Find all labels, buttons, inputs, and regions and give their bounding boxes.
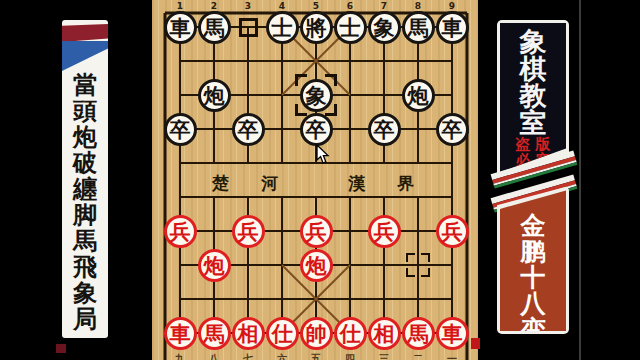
file-label-bottom: 八 — [204, 352, 224, 360]
piece-red-advisor[interactable]: 仕 — [266, 317, 299, 350]
piece-red-soldier[interactable]: 兵 — [368, 215, 401, 248]
banner-char: 室 — [520, 109, 547, 136]
banner-char: 破 — [73, 150, 97, 176]
banner-char: 金 — [521, 213, 546, 239]
series-title: 金鹏十八变 — [500, 189, 566, 343]
channel-title: 象棋教室 — [500, 23, 566, 136]
file-label-top: 1 — [170, 1, 190, 11]
cannon-point-marker — [406, 253, 430, 277]
banner-char: 教 — [520, 82, 547, 109]
banner-char: 局 — [73, 306, 97, 332]
left-title-banner: 當頭炮破纏脚馬飛象局 — [62, 20, 108, 338]
banner-char: 鹏 — [521, 239, 546, 265]
piece-red-horse[interactable]: 馬 — [402, 317, 435, 350]
file-label-bottom: 二 — [408, 352, 428, 360]
mouse-cursor-icon — [316, 144, 330, 164]
series-banner: 金鹏十八变 — [497, 186, 569, 334]
piece-red-soldier[interactable]: 兵 — [232, 215, 265, 248]
video-frame: 當頭炮破纏脚馬飛象局 楚 河 漢 界 123456789 九八七六五四三二一 車… — [0, 0, 640, 360]
file-label-bottom: 三 — [374, 352, 394, 360]
piece-red-elephant[interactable]: 相 — [232, 317, 265, 350]
file-label-bottom: 五 — [306, 352, 326, 360]
file-label-top: 9 — [442, 1, 462, 11]
file-label-bottom: 一 — [442, 352, 462, 360]
river-label-right: 漢 界 — [348, 172, 427, 195]
piracy-warning-row: 盗版 — [516, 136, 551, 152]
piece-red-soldier[interactable]: 兵 — [300, 215, 333, 248]
piece-black-soldier[interactable]: 卒 — [436, 113, 469, 146]
piece-red-soldier[interactable]: 兵 — [436, 215, 469, 248]
banner-char: 炮 — [73, 124, 97, 150]
piece-red-cannon[interactable]: 炮 — [198, 249, 231, 282]
piece-black-cannon[interactable]: 炮 — [402, 79, 435, 112]
bracket-corner — [421, 253, 430, 262]
piece-red-cannon[interactable]: 炮 — [300, 249, 333, 282]
piece-red-soldier[interactable]: 兵 — [164, 215, 197, 248]
banner-char: 十 — [521, 265, 546, 291]
file-label-top: 8 — [408, 1, 428, 11]
file-label-top: 5 — [306, 1, 326, 11]
piece-red-horse[interactable]: 馬 — [198, 317, 231, 350]
piece-black-soldier[interactable]: 卒 — [368, 113, 401, 146]
banner-char: 當 — [73, 72, 97, 98]
banner-char: 象 — [520, 28, 547, 55]
piece-black-advisor[interactable]: 士 — [266, 11, 299, 44]
file-label-top: 7 — [374, 1, 394, 11]
series-banner-inner: 金鹏十八变 — [500, 189, 566, 331]
bracket-corner — [406, 268, 415, 277]
piece-red-chariot[interactable]: 車 — [436, 317, 469, 350]
banner-char: 棋 — [520, 55, 547, 82]
banner-char: 纏 — [73, 176, 97, 202]
warning-char: 盗 — [516, 136, 531, 152]
banner-blue-stripe — [62, 41, 108, 71]
banner-char: 变 — [521, 317, 546, 343]
move-from-marker — [239, 18, 258, 37]
banner-char: 馬 — [73, 228, 97, 254]
piece-black-cannon[interactable]: 炮 — [198, 79, 231, 112]
banner-red-stripe — [62, 24, 108, 42]
banner-char: 飛 — [73, 254, 97, 280]
left-banner-text: 當頭炮破纏脚馬飛象局 — [62, 72, 108, 332]
piece-black-soldier[interactable]: 卒 — [232, 113, 265, 146]
file-label-top: 2 — [204, 1, 224, 11]
warning-char: 版 — [536, 136, 551, 152]
piece-black-elephant[interactable]: 象 — [300, 79, 333, 112]
file-label-bottom: 九 — [170, 352, 190, 360]
banner-char: 象 — [73, 280, 97, 306]
file-label-bottom: 四 — [340, 352, 360, 360]
file-label-top: 3 — [238, 1, 258, 11]
bracket-corner — [421, 268, 430, 277]
banner-char: 頭 — [73, 98, 97, 124]
video-artifact — [471, 338, 480, 349]
piece-red-general[interactable]: 帥 — [300, 317, 333, 350]
board-grid — [152, 0, 478, 360]
video-artifact — [56, 344, 66, 353]
piece-red-advisor[interactable]: 仕 — [334, 317, 367, 350]
piece-black-advisor[interactable]: 士 — [334, 11, 367, 44]
piece-black-horse[interactable]: 馬 — [198, 11, 231, 44]
screen-edge-line — [579, 0, 581, 360]
piece-black-chariot[interactable]: 車 — [164, 11, 197, 44]
piece-red-elephant[interactable]: 相 — [368, 317, 401, 350]
file-label-top: 6 — [340, 1, 360, 11]
file-label-bottom: 七 — [238, 352, 258, 360]
piece-black-chariot[interactable]: 車 — [436, 11, 469, 44]
banner-char: 脚 — [73, 202, 97, 228]
piece-black-elephant[interactable]: 象 — [368, 11, 401, 44]
bracket-corner — [406, 253, 415, 262]
piece-red-chariot[interactable]: 車 — [164, 317, 197, 350]
banner-char: 八 — [521, 291, 546, 317]
xiangqi-board[interactable]: 楚 河 漢 界 123456789 九八七六五四三二一 車馬士將士象馬車炮象炮卒… — [152, 0, 478, 360]
file-label-top: 4 — [272, 1, 292, 11]
piece-black-soldier[interactable]: 卒 — [300, 113, 333, 146]
piece-black-soldier[interactable]: 卒 — [164, 113, 197, 146]
file-label-bottom: 六 — [272, 352, 292, 360]
piece-black-horse[interactable]: 馬 — [402, 11, 435, 44]
piece-black-general[interactable]: 將 — [300, 11, 333, 44]
river-label-left: 楚 河 — [212, 172, 291, 195]
